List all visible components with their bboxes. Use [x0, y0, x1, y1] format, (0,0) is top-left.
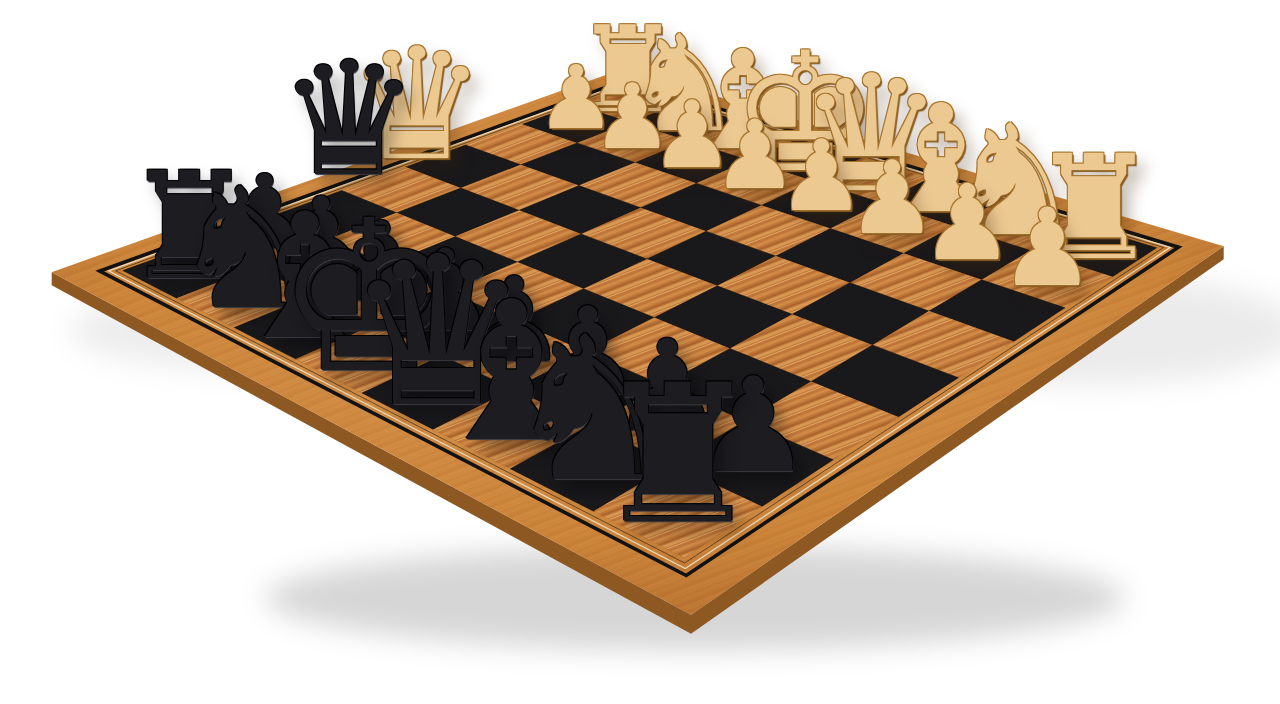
- chess-set-photo: ♜♞♝♛♚♝♞♜♟♟♟♟♟♟♟♟♟♟♟♟♟♟♟♟♜♞♝♛♚♝♞♜♛♛: [0, 0, 1280, 704]
- board-render-layer: [52, 69, 1280, 650]
- chess-board: [0, 0, 1280, 704]
